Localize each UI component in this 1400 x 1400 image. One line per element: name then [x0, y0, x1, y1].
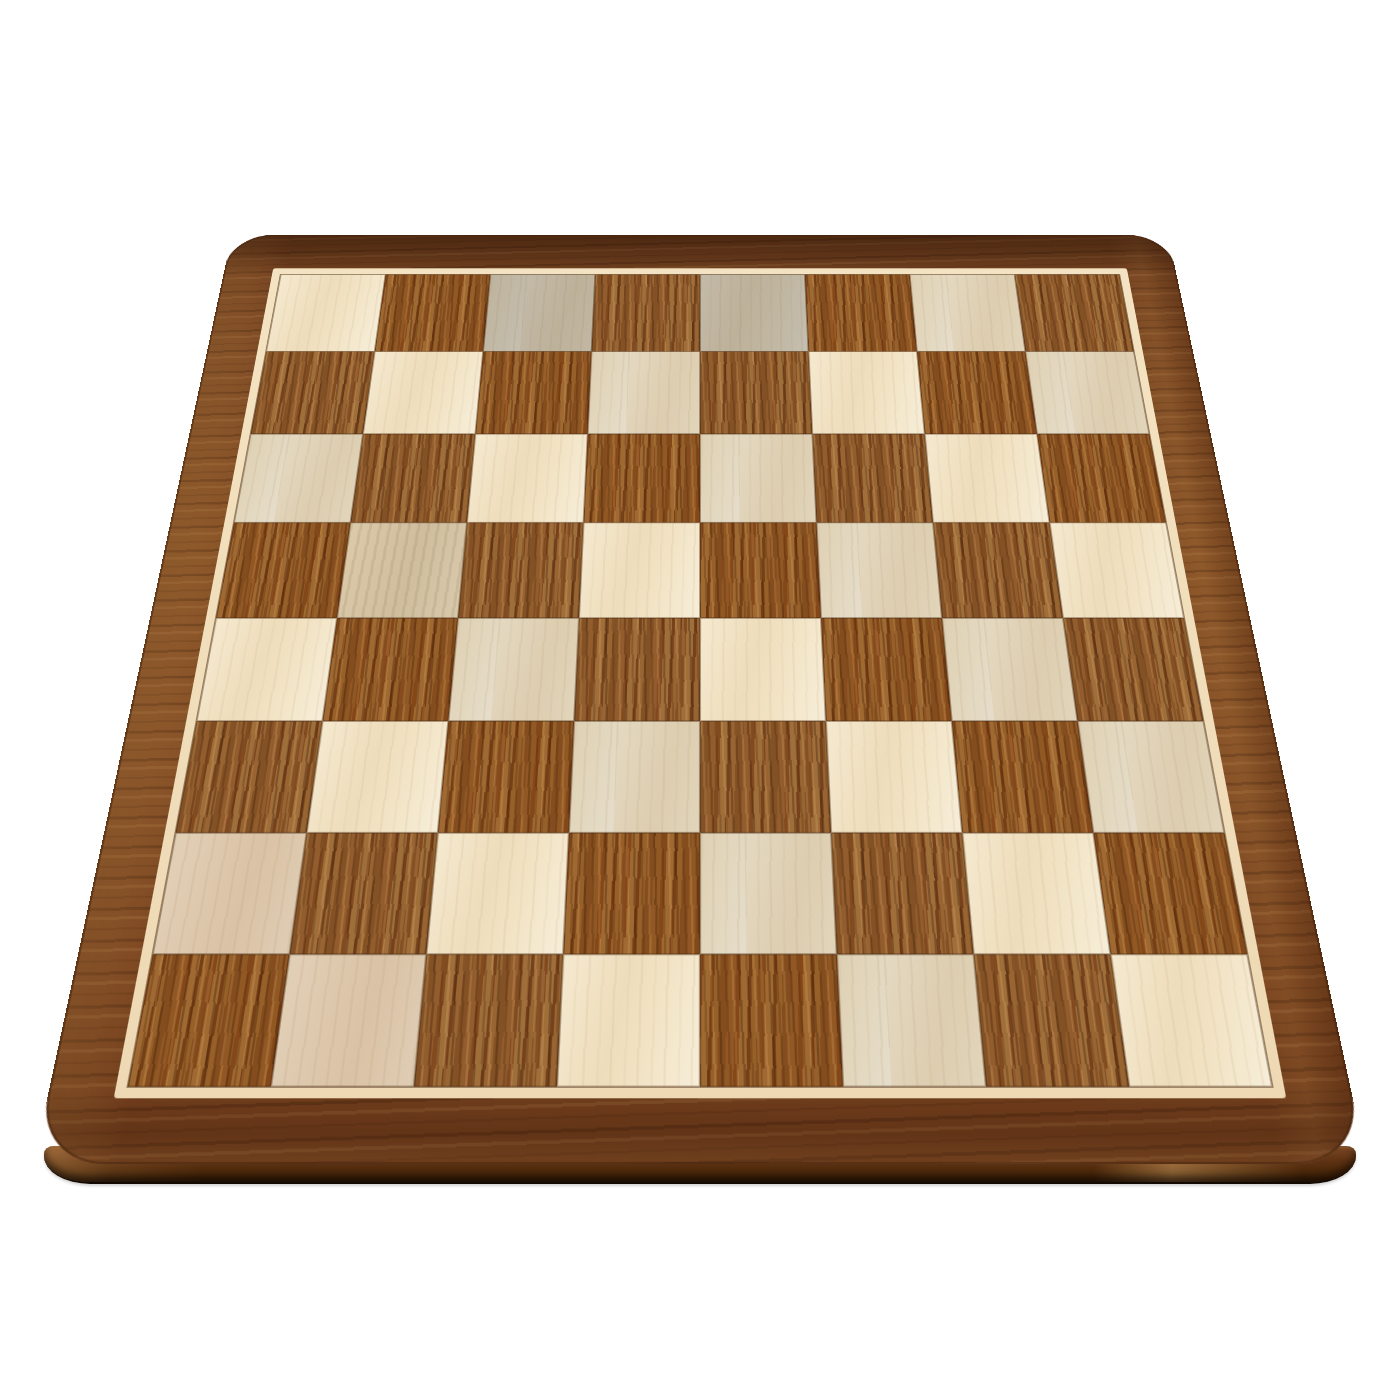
square-e2: [700, 833, 837, 954]
square-b1: [271, 954, 427, 1087]
square-e4: [700, 618, 826, 721]
square-h7: [1025, 351, 1149, 433]
square-g2: [962, 833, 1110, 954]
square-f5: [817, 523, 942, 618]
square-f6: [812, 434, 933, 523]
square-c5: [458, 523, 583, 618]
square-a4: [197, 618, 337, 721]
square-g7: [917, 351, 1037, 433]
square-a5: [216, 523, 350, 618]
square-f7: [808, 351, 924, 433]
square-h3: [1078, 721, 1225, 833]
square-a1: [128, 954, 290, 1087]
square-b6: [350, 434, 475, 523]
square-g1: [974, 954, 1130, 1087]
square-c7: [475, 351, 591, 433]
square-a7: [251, 351, 375, 433]
square-h5: [1050, 523, 1184, 618]
square-d7: [588, 351, 700, 433]
square-d1: [557, 954, 700, 1087]
square-a6: [234, 434, 363, 523]
square-b7: [363, 351, 483, 433]
square-e3: [700, 721, 831, 833]
square-a8: [266, 275, 385, 352]
square-b8: [375, 275, 491, 352]
square-f1: [837, 954, 986, 1087]
square-f3: [826, 721, 962, 833]
square-g6: [925, 434, 1050, 523]
square-e7: [700, 351, 812, 433]
square-e6: [700, 434, 817, 523]
square-e5: [700, 523, 821, 618]
square-d5: [579, 523, 700, 618]
square-f8: [805, 275, 917, 352]
square-b5: [337, 523, 467, 618]
square-c8: [483, 275, 595, 352]
square-g3: [952, 721, 1094, 833]
square-b3: [307, 721, 449, 833]
board-frame: [33, 235, 1367, 1165]
square-c3: [438, 721, 574, 833]
square-g8: [910, 275, 1026, 352]
square-a3: [176, 721, 323, 833]
square-c6: [467, 434, 588, 523]
board-trim: [114, 268, 1287, 1098]
square-f4: [821, 618, 952, 721]
product-photo: [0, 0, 1400, 1400]
square-d6: [583, 434, 700, 523]
square-g5: [933, 523, 1063, 618]
square-h4: [1063, 618, 1203, 721]
square-d4: [574, 618, 700, 721]
square-b2: [290, 833, 438, 954]
square-f2: [831, 833, 974, 954]
square-c2: [426, 833, 569, 954]
square-e8: [700, 275, 808, 352]
square-c1: [414, 954, 563, 1087]
square-g4: [942, 618, 1078, 721]
square-e1: [700, 954, 843, 1087]
square-c4: [448, 618, 579, 721]
board-grid: [126, 274, 1273, 1088]
square-h8: [1014, 275, 1133, 352]
chess-board: [33, 235, 1367, 1165]
square-h6: [1037, 434, 1166, 523]
square-d2: [563, 833, 700, 954]
square-d8: [592, 275, 700, 352]
square-h1: [1110, 954, 1272, 1087]
square-b4: [322, 618, 458, 721]
square-h2: [1093, 833, 1247, 954]
square-d3: [569, 721, 700, 833]
square-a2: [153, 833, 307, 954]
